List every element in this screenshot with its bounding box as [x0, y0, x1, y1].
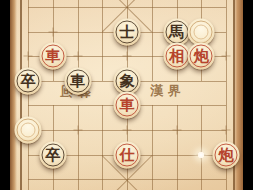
piece-character: 相	[163, 43, 190, 70]
board-line	[201, 105, 202, 190]
piece-red-chariot[interactable]: 車	[39, 43, 66, 70]
board-line	[222, 52, 231, 61]
hidden-piece-inner-ring	[194, 24, 209, 39]
river-label-han-jie: 漢界	[150, 82, 186, 100]
board-line	[73, 52, 82, 61]
board-line	[123, 52, 132, 61]
board-line	[177, 105, 178, 190]
board-line	[123, 126, 132, 135]
board-line	[222, 126, 231, 135]
board-line	[28, 0, 29, 190]
board-line	[172, 126, 181, 135]
board-line	[102, 0, 103, 81]
board-line	[152, 0, 153, 81]
piece-black-pawn[interactable]: 卒	[39, 141, 66, 168]
piece-character: 馬	[163, 18, 190, 45]
board-line	[24, 52, 33, 61]
piece-red-elephant[interactable]: 相	[163, 43, 190, 70]
board-line	[152, 105, 153, 190]
board-line	[48, 27, 57, 36]
game-screen: 楚河 漢界 士馬車相炮卒車象車卒仕炮	[0, 0, 253, 190]
piece-character: 卒	[39, 141, 66, 168]
piece-black-pawn[interactable]: 卒	[15, 67, 42, 94]
piece-black-chariot[interactable]: 車	[64, 67, 91, 94]
piece-character: 車	[114, 92, 141, 119]
piece-character: 車	[39, 43, 66, 70]
piece-black-advisor[interactable]: 士	[114, 18, 141, 45]
hidden-piece-inner-ring	[21, 123, 36, 138]
piece-red-chariot[interactable]: 車	[114, 92, 141, 119]
board-line	[102, 105, 103, 190]
piece-character: 卒	[15, 67, 42, 94]
move-indicator-dot[interactable]	[198, 151, 205, 158]
piece-black-elephant[interactable]: 象	[114, 67, 141, 94]
xiangqi-board[interactable]: 楚河 漢界 士馬車相炮卒車象車卒仕炮	[10, 0, 243, 190]
piece-character: 車	[64, 67, 91, 94]
piece-hidden-piece[interactable]	[15, 117, 42, 144]
piece-character: 士	[114, 18, 141, 45]
piece-hidden-piece[interactable]	[188, 18, 215, 45]
piece-red-advisor[interactable]: 仕	[114, 141, 141, 168]
piece-red-cannon[interactable]: 炮	[188, 43, 215, 70]
piece-character: 炮	[213, 141, 240, 168]
piece-red-cannon[interactable]: 炮	[213, 141, 240, 168]
board-line	[78, 105, 79, 190]
piece-character: 炮	[188, 43, 215, 70]
board-left-edge	[10, 0, 17, 190]
piece-black-horse[interactable]: 馬	[163, 18, 190, 45]
piece-character: 仕	[114, 141, 141, 168]
board-line	[20, 0, 22, 190]
piece-character: 象	[114, 67, 141, 94]
board-line	[73, 126, 82, 135]
